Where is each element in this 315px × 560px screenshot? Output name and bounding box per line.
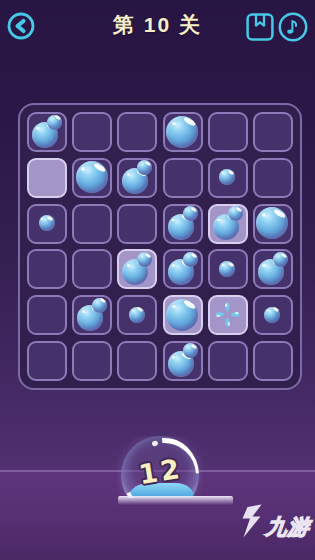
bubble-glow-bar bbox=[118, 496, 233, 505]
board-cell-r4-c4[interactable] bbox=[208, 295, 248, 335]
board-cell-r3-c0[interactable] bbox=[27, 249, 67, 289]
board-cell-r0-c5[interactable] bbox=[253, 112, 293, 152]
large-bubble bbox=[166, 116, 198, 148]
board-cell-r2-c3[interactable] bbox=[163, 204, 203, 244]
board-cell-r4-c5[interactable] bbox=[253, 295, 293, 335]
music-note-icon bbox=[278, 30, 308, 45]
remaining-counter: 12 bbox=[121, 436, 199, 498]
small-bubble bbox=[219, 261, 235, 277]
large-bubble bbox=[76, 161, 108, 193]
board-cell-r1-c2[interactable] bbox=[117, 158, 157, 198]
board-cell-r5-c4[interactable] bbox=[208, 341, 248, 381]
small-bubble bbox=[39, 215, 55, 231]
board-cell-r2-c2[interactable] bbox=[117, 204, 157, 244]
counter-sphere: 12 bbox=[121, 436, 199, 498]
small-bubble bbox=[129, 307, 145, 323]
board-cell-r5-c3[interactable] bbox=[163, 341, 203, 381]
board-cell-r5-c0[interactable] bbox=[27, 341, 67, 381]
large-bubble bbox=[166, 299, 198, 331]
board-cell-r1-c0[interactable] bbox=[27, 158, 67, 198]
board-cell-r3-c4[interactable] bbox=[208, 249, 248, 289]
board-cell-r0-c0[interactable] bbox=[27, 112, 67, 152]
board-cell-r3-c3[interactable] bbox=[163, 249, 203, 289]
board-cell-r0-c2[interactable] bbox=[117, 112, 157, 152]
board-cell-r5-c2[interactable] bbox=[117, 341, 157, 381]
board-cell-r4-c3[interactable] bbox=[163, 295, 203, 335]
board-cell-r5-c1[interactable] bbox=[72, 341, 112, 381]
bookmark-button[interactable] bbox=[246, 13, 274, 41]
board-cell-r0-c3[interactable] bbox=[163, 112, 203, 152]
counter-bubble: 12 bbox=[117, 436, 203, 498]
bookmark-box-icon bbox=[246, 29, 274, 44]
jiuyou-logo-icon bbox=[240, 504, 263, 543]
board-cell-r2-c4[interactable] bbox=[208, 204, 248, 244]
game-screen: 第 10 关 bbox=[0, 0, 315, 560]
board-cell-r1-c3[interactable] bbox=[163, 158, 203, 198]
board-cell-r4-c0[interactable] bbox=[27, 295, 67, 335]
puzzle-board bbox=[18, 103, 302, 390]
jiuyou-watermark: 九游 bbox=[240, 504, 310, 543]
small-bubble bbox=[264, 307, 280, 323]
board-cell-r3-c2[interactable] bbox=[117, 249, 157, 289]
jiuyou-label: 九游 bbox=[265, 513, 312, 541]
header-bar: 第 10 关 bbox=[0, 0, 315, 50]
board-cell-r1-c5[interactable] bbox=[253, 158, 293, 198]
small-bubble bbox=[219, 169, 235, 185]
music-button[interactable] bbox=[278, 12, 308, 42]
board-cell-r3-c5[interactable] bbox=[253, 249, 293, 289]
board-cell-r0-c1[interactable] bbox=[72, 112, 112, 152]
board-cell-r1-c4[interactable] bbox=[208, 158, 248, 198]
large-bubble bbox=[256, 207, 288, 239]
board-cell-r0-c4[interactable] bbox=[208, 112, 248, 152]
board-cell-r2-c0[interactable] bbox=[27, 204, 67, 244]
board-cell-r2-c5[interactable] bbox=[253, 204, 293, 244]
board-cell-r3-c1[interactable] bbox=[72, 249, 112, 289]
board-cell-r4-c2[interactable] bbox=[117, 295, 157, 335]
splash-icon bbox=[210, 297, 245, 332]
board-cell-r1-c1[interactable] bbox=[72, 158, 112, 198]
board-cell-r5-c5[interactable] bbox=[253, 341, 293, 381]
board-cell-r2-c1[interactable] bbox=[72, 204, 112, 244]
board-cell-r4-c1[interactable] bbox=[72, 295, 112, 335]
